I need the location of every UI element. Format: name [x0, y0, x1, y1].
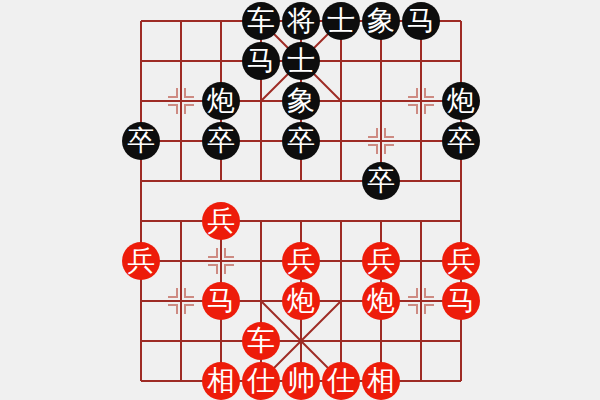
piece-red-pawn[interactable]: 兵	[442, 242, 480, 280]
piece-red-pawn[interactable]: 兵	[202, 202, 240, 240]
piece-red-advisor[interactable]: 仕	[242, 362, 280, 400]
piece-black-pawn[interactable]: 卒	[122, 122, 160, 160]
piece-red-horse[interactable]: 马	[202, 282, 240, 320]
piece-red-pawn[interactable]: 兵	[282, 242, 320, 280]
piece-red-chariot[interactable]: 车	[242, 322, 280, 360]
piece-black-pawn[interactable]: 卒	[282, 122, 320, 160]
piece-red-advisor[interactable]: 仕	[322, 362, 360, 400]
piece-black-horse[interactable]: 马	[402, 2, 440, 40]
piece-black-pawn[interactable]: 卒	[362, 162, 400, 200]
piece-red-cannon[interactable]: 炮	[362, 282, 400, 320]
piece-black-horse[interactable]: 马	[242, 42, 280, 80]
piece-black-elephant[interactable]: 象	[282, 82, 320, 120]
piece-black-cannon[interactable]: 炮	[202, 82, 240, 120]
piece-black-advisor[interactable]: 士	[282, 42, 320, 80]
piece-red-elephant[interactable]: 相	[202, 362, 240, 400]
piece-red-pawn[interactable]: 兵	[362, 242, 400, 280]
piece-black-cannon[interactable]: 炮	[442, 82, 480, 120]
piece-black-general[interactable]: 将	[282, 2, 320, 40]
piece-black-pawn[interactable]: 卒	[202, 122, 240, 160]
piece-black-pawn[interactable]: 卒	[442, 122, 480, 160]
piece-red-general[interactable]: 帅	[282, 362, 320, 400]
piece-red-pawn[interactable]: 兵	[122, 242, 160, 280]
piece-red-horse[interactable]: 马	[442, 282, 480, 320]
xiangqi-app: 车将士象马马士炮象炮卒卒卒卒卒兵兵兵兵兵马炮炮马车相仕帅仕相	[0, 0, 600, 400]
piece-red-cannon[interactable]: 炮	[282, 282, 320, 320]
piece-red-elephant[interactable]: 相	[362, 362, 400, 400]
piece-black-elephant[interactable]: 象	[362, 2, 400, 40]
xiangqi-board[interactable]: 车将士象马马士炮象炮卒卒卒卒卒兵兵兵兵兵马炮炮马车相仕帅仕相	[121, 1, 481, 400]
piece-black-advisor[interactable]: 士	[322, 2, 360, 40]
piece-black-chariot[interactable]: 车	[242, 2, 280, 40]
